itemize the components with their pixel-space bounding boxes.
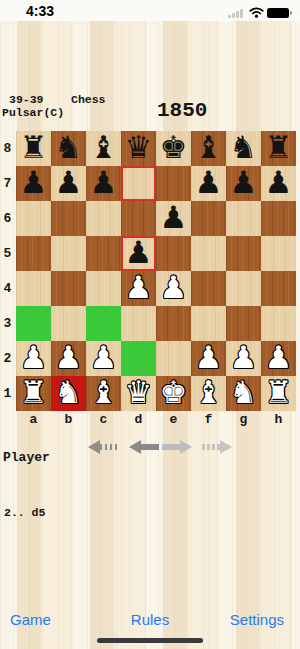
arrow-right-icon xyxy=(220,440,232,454)
piece-white-bishop: ♝ xyxy=(90,375,118,410)
square-h3[interactable] xyxy=(261,306,296,341)
rank-label-4: 4 xyxy=(0,271,15,306)
piece-black-pawn: ♟ xyxy=(20,165,48,200)
arrow-left-icon xyxy=(88,440,100,454)
piece-black-knight: ♞ xyxy=(55,130,83,165)
piece-white-rook: ♜ xyxy=(265,375,293,410)
file-label-d: d xyxy=(121,410,156,428)
engine-name: Pulsar(C) xyxy=(2,106,64,119)
square-f1[interactable]: ♝ xyxy=(191,376,226,411)
piece-black-bishop: ♝ xyxy=(90,130,118,165)
square-e2[interactable] xyxy=(156,341,191,376)
rank-label-7: 7 xyxy=(0,166,15,201)
square-h5[interactable] xyxy=(261,236,296,271)
rank-label-1: 1 xyxy=(0,376,15,411)
piece-white-pawn: ♟ xyxy=(90,340,118,375)
piece-white-rook: ♜ xyxy=(20,375,48,410)
file-label-h: h xyxy=(261,410,296,428)
square-b8[interactable]: ♞ xyxy=(51,131,86,166)
square-h7[interactable]: ♟ xyxy=(261,166,296,201)
square-h8[interactable]: ♜ xyxy=(261,131,296,166)
square-g3[interactable] xyxy=(226,306,261,341)
tab-rules[interactable]: Rules xyxy=(131,611,169,628)
square-c5[interactable] xyxy=(86,236,121,271)
piece-white-knight: ♞ xyxy=(230,375,258,410)
step-forward-button[interactable] xyxy=(162,440,192,454)
clock-time: 4:33 xyxy=(26,3,54,19)
app-screen: 4:33 39-39 Chess Pulsar(C) 1850 87654321… xyxy=(0,0,300,649)
piece-white-pawn: ♟ xyxy=(20,340,48,375)
square-h4[interactable] xyxy=(261,271,296,306)
square-b3[interactable] xyxy=(51,306,86,341)
piece-white-knight: ♞ xyxy=(55,375,83,410)
file-label-b: b xyxy=(51,410,86,428)
square-e8[interactable]: ♚ xyxy=(156,131,191,166)
piece-white-pawn: ♟ xyxy=(195,340,223,375)
piece-white-pawn: ♟ xyxy=(55,340,83,375)
square-d2[interactable] xyxy=(121,341,156,376)
home-indicator[interactable] xyxy=(97,638,203,643)
piece-black-bishop: ♝ xyxy=(195,130,223,165)
square-g5[interactable] xyxy=(226,236,261,271)
square-d6[interactable] xyxy=(121,201,156,236)
square-a4[interactable] xyxy=(16,271,51,306)
square-c8[interactable]: ♝ xyxy=(86,131,121,166)
status-bar: 4:33 xyxy=(0,0,300,21)
square-f2[interactable]: ♟ xyxy=(191,341,226,376)
square-b4[interactable] xyxy=(51,271,86,306)
piece-black-pawn: ♟ xyxy=(160,200,188,235)
square-f5[interactable] xyxy=(191,236,226,271)
move-navigation xyxy=(88,439,232,455)
piece-black-knight: ♞ xyxy=(230,130,258,165)
square-c3[interactable] xyxy=(86,306,121,341)
piece-black-pawn: ♟ xyxy=(90,165,118,200)
square-e6[interactable]: ♟ xyxy=(156,201,191,236)
piece-white-king: ♚ xyxy=(160,375,188,410)
square-c2[interactable]: ♟ xyxy=(86,341,121,376)
piece-black-rook: ♜ xyxy=(265,130,293,165)
tab-settings[interactable]: Settings xyxy=(230,611,284,628)
square-b5[interactable] xyxy=(51,236,86,271)
last-move-text: 2.. d5 xyxy=(4,506,45,519)
square-f8[interactable]: ♝ xyxy=(191,131,226,166)
piece-white-bishop: ♝ xyxy=(195,375,223,410)
rank-label-8: 8 xyxy=(0,131,15,166)
piece-black-pawn: ♟ xyxy=(195,165,223,200)
square-c4[interactable] xyxy=(86,271,121,306)
battery-icon xyxy=(267,8,289,18)
jump-to-start-button[interactable] xyxy=(88,440,118,454)
file-label-e: e xyxy=(156,410,191,428)
piece-white-queen: ♛ xyxy=(125,375,153,410)
rank-label-3: 3 xyxy=(0,306,15,341)
square-a6[interactable] xyxy=(16,201,51,236)
square-h2[interactable]: ♟ xyxy=(261,341,296,376)
square-f3[interactable] xyxy=(191,306,226,341)
square-c7[interactable]: ♟ xyxy=(86,166,121,201)
square-a1[interactable]: ♜ xyxy=(16,376,51,411)
piece-white-pawn: ♟ xyxy=(160,270,188,305)
square-c6[interactable] xyxy=(86,201,121,236)
piece-black-pawn: ♟ xyxy=(265,165,293,200)
rank-label-2: 2 xyxy=(0,341,15,376)
square-e3[interactable] xyxy=(156,306,191,341)
square-a8[interactable]: ♜ xyxy=(16,131,51,166)
piece-black-pawn: ♟ xyxy=(125,235,153,270)
square-d5[interactable]: ♟ xyxy=(121,236,156,271)
piece-black-pawn: ♟ xyxy=(230,165,258,200)
square-d8[interactable]: ♛ xyxy=(121,131,156,166)
file-label-g: g xyxy=(226,410,261,428)
square-b6[interactable] xyxy=(51,201,86,236)
rank-label-5: 5 xyxy=(0,236,15,271)
square-f6[interactable] xyxy=(191,201,226,236)
square-d7[interactable] xyxy=(121,166,156,201)
app-title: Chess xyxy=(71,93,106,106)
square-e7[interactable] xyxy=(156,166,191,201)
square-b2[interactable]: ♟ xyxy=(51,341,86,376)
file-labels: abcdefgh xyxy=(16,410,296,428)
square-a7[interactable]: ♟ xyxy=(16,166,51,201)
jump-to-end-button[interactable] xyxy=(202,440,232,454)
file-label-a: a xyxy=(16,410,51,428)
tab-game[interactable]: Game xyxy=(10,611,51,628)
piece-black-king: ♚ xyxy=(160,130,188,165)
square-e4[interactable]: ♟ xyxy=(156,271,191,306)
square-a2[interactable]: ♟ xyxy=(16,341,51,376)
square-g4[interactable] xyxy=(226,271,261,306)
chess-board: ♜♞♝♛♚♝♞♜♟♟♟♟♟♟♟♟♟♟♟♟♟♟♟♟♜♞♝♛♚♝♞♜ xyxy=(16,131,296,411)
player-turn-label: Player xyxy=(3,450,50,465)
piece-black-pawn: ♟ xyxy=(55,165,83,200)
game-score: 39-39 xyxy=(9,93,44,106)
square-g2[interactable]: ♟ xyxy=(226,341,261,376)
cellular-signal-icon xyxy=(228,8,246,18)
piece-white-pawn: ♟ xyxy=(265,340,293,375)
square-c1[interactable]: ♝ xyxy=(86,376,121,411)
square-f4[interactable] xyxy=(191,271,226,306)
square-h6[interactable] xyxy=(261,201,296,236)
step-back-button[interactable] xyxy=(129,440,159,454)
square-a3[interactable] xyxy=(16,306,51,341)
square-d4[interactable]: ♟ xyxy=(121,271,156,306)
square-d3[interactable] xyxy=(121,306,156,341)
square-d1[interactable]: ♛ xyxy=(121,376,156,411)
arrow-right-icon xyxy=(180,440,192,454)
piece-black-queen: ♛ xyxy=(125,130,153,165)
wifi-icon xyxy=(249,7,264,18)
square-g6[interactable] xyxy=(226,201,261,236)
square-h1[interactable]: ♜ xyxy=(261,376,296,411)
square-g7[interactable]: ♟ xyxy=(226,166,261,201)
rank-labels: 87654321 xyxy=(0,131,15,411)
square-f7[interactable]: ♟ xyxy=(191,166,226,201)
square-g8[interactable]: ♞ xyxy=(226,131,261,166)
square-b7[interactable]: ♟ xyxy=(51,166,86,201)
square-e5[interactable] xyxy=(156,236,191,271)
square-e1[interactable]: ♚ xyxy=(156,376,191,411)
square-g1[interactable]: ♞ xyxy=(226,376,261,411)
arrow-left-icon xyxy=(129,440,141,454)
square-b1[interactable]: ♞ xyxy=(51,376,86,411)
piece-white-pawn: ♟ xyxy=(125,270,153,305)
piece-black-rook: ♜ xyxy=(20,130,48,165)
file-label-c: c xyxy=(86,410,121,428)
file-label-f: f xyxy=(191,410,226,428)
rank-label-6: 6 xyxy=(0,201,15,236)
engine-rating: 1850 xyxy=(157,99,207,122)
square-a5[interactable] xyxy=(16,236,51,271)
piece-white-pawn: ♟ xyxy=(230,340,258,375)
